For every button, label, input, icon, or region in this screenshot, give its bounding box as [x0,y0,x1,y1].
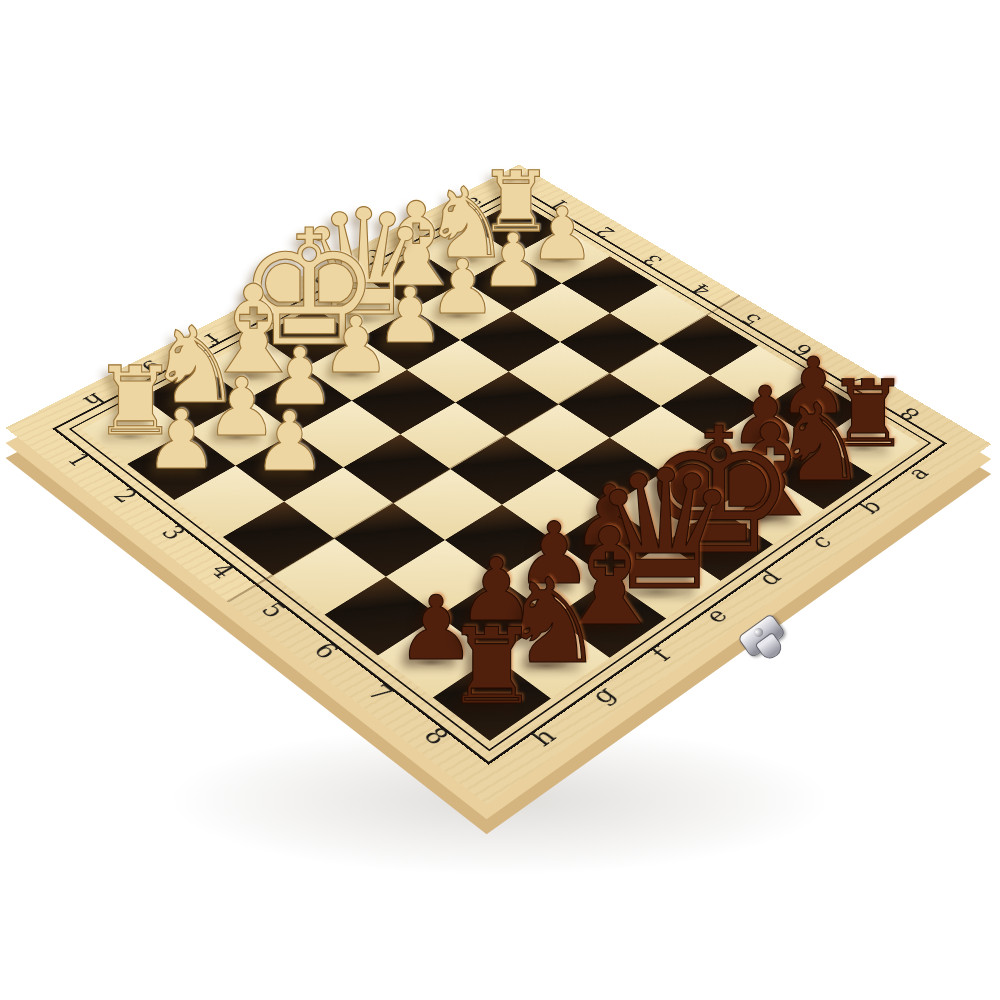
product-photo-page: { "game": "chess", "scene": "folding woo… [0,0,1000,1000]
piece-black-rook-h8: ♜ [445,614,539,719]
piece-white-pawn-h2: ♟ [145,399,219,481]
label-rank-4-far: 4 [676,274,726,303]
label-rank-3-far: 3 [628,246,677,275]
piece-white-pawn-g3: ♟ [253,401,326,483]
